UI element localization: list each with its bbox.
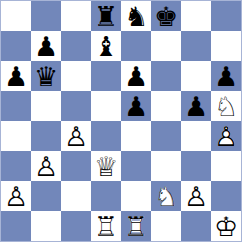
square-b5[interactable] bbox=[31, 91, 61, 121]
square-e5[interactable]: ♟ bbox=[121, 91, 151, 121]
white-king[interactable]: ♚♔ bbox=[211, 211, 241, 241]
white-pawn[interactable]: ♟♙ bbox=[1, 181, 31, 211]
square-b8[interactable] bbox=[31, 1, 61, 31]
white-pawn-outline: ♙ bbox=[1, 181, 31, 211]
square-d7[interactable]: ♝ bbox=[91, 31, 121, 61]
square-e3[interactable] bbox=[121, 151, 151, 181]
square-h2[interactable] bbox=[211, 181, 241, 211]
square-e7[interactable] bbox=[121, 31, 151, 61]
white-rook[interactable]: ♜♖ bbox=[121, 211, 151, 241]
square-a3[interactable] bbox=[1, 151, 31, 181]
square-d3[interactable]: ♛♕ bbox=[91, 151, 121, 181]
square-d4[interactable] bbox=[91, 121, 121, 151]
square-b7[interactable]: ♟ bbox=[31, 31, 61, 61]
square-d6[interactable] bbox=[91, 61, 121, 91]
square-d8[interactable]: ♜ bbox=[91, 1, 121, 31]
square-g4[interactable] bbox=[181, 121, 211, 151]
white-queen-outline: ♕ bbox=[91, 151, 121, 181]
black-king[interactable]: ♚ bbox=[151, 1, 181, 31]
black-bishop[interactable]: ♝ bbox=[91, 31, 121, 61]
black-pawn-glyph: ♟ bbox=[181, 91, 211, 121]
black-pawn-glyph: ♟ bbox=[211, 61, 241, 91]
black-pawn[interactable]: ♟ bbox=[1, 61, 31, 91]
black-pawn-glyph: ♟ bbox=[1, 61, 31, 91]
black-pawn[interactable]: ♟ bbox=[31, 31, 61, 61]
black-pawn-glyph: ♟ bbox=[121, 91, 151, 121]
square-g5[interactable]: ♟ bbox=[181, 91, 211, 121]
white-knight-outline: ♘ bbox=[211, 91, 241, 121]
square-e6[interactable]: ♟ bbox=[121, 61, 151, 91]
chess-board-frame: ♜♞♚♟♝♟♛♟♟♟♟♞♘♟♙♟♙♟♙♛♕♟♙♞♘♟♙♜♖♜♖♚♔ bbox=[0, 0, 242, 242]
square-g1[interactable] bbox=[181, 211, 211, 241]
black-queen[interactable]: ♛ bbox=[31, 61, 61, 91]
white-pawn[interactable]: ♟♙ bbox=[31, 151, 61, 181]
square-a1[interactable] bbox=[1, 211, 31, 241]
black-king-glyph: ♚ bbox=[151, 1, 181, 31]
square-b4[interactable] bbox=[31, 121, 61, 151]
square-a2[interactable]: ♟♙ bbox=[1, 181, 31, 211]
white-pawn[interactable]: ♟♙ bbox=[61, 121, 91, 151]
square-c4[interactable]: ♟♙ bbox=[61, 121, 91, 151]
black-rook[interactable]: ♜ bbox=[91, 1, 121, 31]
square-g6[interactable] bbox=[181, 61, 211, 91]
square-h6[interactable]: ♟ bbox=[211, 61, 241, 91]
square-h7[interactable] bbox=[211, 31, 241, 61]
white-pawn[interactable]: ♟♙ bbox=[181, 181, 211, 211]
white-pawn[interactable]: ♟♙ bbox=[211, 121, 241, 151]
square-f6[interactable] bbox=[151, 61, 181, 91]
white-pawn-outline: ♙ bbox=[181, 181, 211, 211]
square-a4[interactable] bbox=[1, 121, 31, 151]
square-h1[interactable]: ♚♔ bbox=[211, 211, 241, 241]
black-knight-glyph: ♞ bbox=[121, 1, 151, 31]
square-e8[interactable]: ♞ bbox=[121, 1, 151, 31]
square-a7[interactable] bbox=[1, 31, 31, 61]
square-f8[interactable]: ♚ bbox=[151, 1, 181, 31]
square-e1[interactable]: ♜♖ bbox=[121, 211, 151, 241]
square-f1[interactable] bbox=[151, 211, 181, 241]
square-h5[interactable]: ♞♘ bbox=[211, 91, 241, 121]
black-pawn[interactable]: ♟ bbox=[211, 61, 241, 91]
square-g7[interactable] bbox=[181, 31, 211, 61]
white-knight[interactable]: ♞♘ bbox=[211, 91, 241, 121]
square-c8[interactable] bbox=[61, 1, 91, 31]
black-rook-glyph: ♜ bbox=[91, 1, 121, 31]
white-pawn-outline: ♙ bbox=[211, 121, 241, 151]
black-pawn[interactable]: ♟ bbox=[181, 91, 211, 121]
square-g3[interactable] bbox=[181, 151, 211, 181]
square-b2[interactable] bbox=[31, 181, 61, 211]
square-b3[interactable]: ♟♙ bbox=[31, 151, 61, 181]
white-rook-outline: ♖ bbox=[91, 211, 121, 241]
black-pawn[interactable]: ♟ bbox=[121, 91, 151, 121]
black-bishop-glyph: ♝ bbox=[91, 31, 121, 61]
square-b1[interactable] bbox=[31, 211, 61, 241]
square-g8[interactable] bbox=[181, 1, 211, 31]
white-pawn-outline: ♙ bbox=[61, 121, 91, 151]
square-h3[interactable] bbox=[211, 151, 241, 181]
square-d5[interactable] bbox=[91, 91, 121, 121]
white-rook-outline: ♖ bbox=[121, 211, 151, 241]
black-pawn-glyph: ♟ bbox=[121, 61, 151, 91]
white-king-outline: ♔ bbox=[211, 211, 241, 241]
square-d2[interactable] bbox=[91, 181, 121, 211]
square-g2[interactable]: ♟♙ bbox=[181, 181, 211, 211]
black-queen-glyph: ♛ bbox=[31, 61, 61, 91]
white-queen[interactable]: ♛♕ bbox=[91, 151, 121, 181]
square-c7[interactable] bbox=[61, 31, 91, 61]
square-h8[interactable] bbox=[211, 1, 241, 31]
square-e2[interactable] bbox=[121, 181, 151, 211]
white-knight-outline: ♘ bbox=[151, 181, 181, 211]
white-rook[interactable]: ♜♖ bbox=[91, 211, 121, 241]
square-c6[interactable] bbox=[61, 61, 91, 91]
square-f5[interactable] bbox=[151, 91, 181, 121]
square-e4[interactable] bbox=[121, 121, 151, 151]
square-f7[interactable] bbox=[151, 31, 181, 61]
square-c3[interactable] bbox=[61, 151, 91, 181]
black-pawn[interactable]: ♟ bbox=[121, 61, 151, 91]
square-c5[interactable] bbox=[61, 91, 91, 121]
white-pawn-outline: ♙ bbox=[31, 151, 61, 181]
square-a5[interactable] bbox=[1, 91, 31, 121]
square-a6[interactable]: ♟ bbox=[1, 61, 31, 91]
square-f2[interactable]: ♞♘ bbox=[151, 181, 181, 211]
black-knight[interactable]: ♞ bbox=[121, 1, 151, 31]
square-f3[interactable] bbox=[151, 151, 181, 181]
square-a8[interactable] bbox=[1, 1, 31, 31]
black-pawn-glyph: ♟ bbox=[31, 31, 61, 61]
square-f4[interactable] bbox=[151, 121, 181, 151]
square-h4[interactable]: ♟♙ bbox=[211, 121, 241, 151]
square-d1[interactable]: ♜♖ bbox=[91, 211, 121, 241]
chess-board: ♜♞♚♟♝♟♛♟♟♟♟♞♘♟♙♟♙♟♙♛♕♟♙♞♘♟♙♜♖♜♖♚♔ bbox=[1, 1, 241, 241]
square-c1[interactable] bbox=[61, 211, 91, 241]
white-knight[interactable]: ♞♘ bbox=[151, 181, 181, 211]
square-b6[interactable]: ♛ bbox=[31, 61, 61, 91]
square-c2[interactable] bbox=[61, 181, 91, 211]
